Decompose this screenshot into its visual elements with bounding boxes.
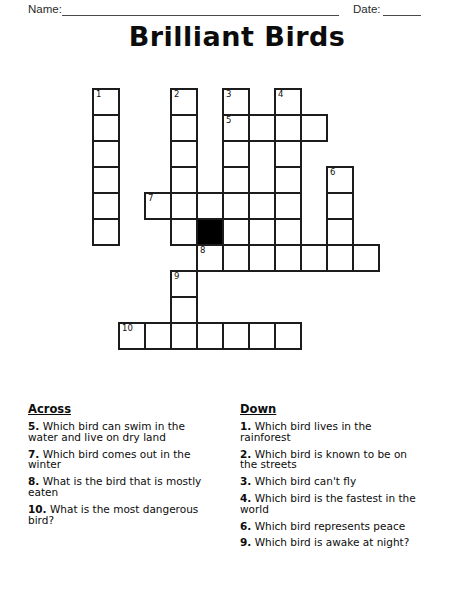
grid-cell-r9c6[interactable]: [248, 322, 276, 350]
down-clue-6: 6. Which bird represents peace: [240, 521, 420, 532]
name-blank-line[interactable]: [62, 4, 339, 16]
black-cell-r5c4: [196, 218, 224, 246]
grid-cell-r9c2[interactable]: [144, 322, 172, 350]
cell-number-10: 10: [122, 324, 133, 333]
grid-cell-r5c5[interactable]: [222, 218, 250, 246]
grid-cell-r9c4[interactable]: [196, 322, 224, 350]
grid-cell-r4c2[interactable]: 7: [144, 192, 172, 220]
clue-number-3: 3.: [240, 475, 251, 487]
clue-number-4: 4.: [240, 492, 251, 504]
cell-number-2: 2: [174, 90, 179, 99]
clue-number-1: 1.: [240, 420, 251, 432]
across-section: Across 5. Which bird can swim in the wat…: [28, 402, 206, 531]
grid-cell-r6c4[interactable]: 8: [196, 244, 224, 272]
name-label: Name:: [28, 3, 62, 15]
grid-cell-r3c9[interactable]: 6: [326, 166, 354, 194]
down-clue-4: 4. Which bird is the fastest in the worl…: [240, 493, 420, 515]
grid-cell-r4c0[interactable]: [92, 192, 120, 220]
clue-number-8: 8.: [28, 475, 39, 487]
grid-cell-r2c0[interactable]: [92, 140, 120, 168]
across-clue-5: 5. Which bird can swim in the water and …: [28, 421, 206, 443]
grid-cell-r3c3[interactable]: [170, 166, 198, 194]
grid-cell-r0c3[interactable]: 2: [170, 88, 198, 116]
cell-number-9: 9: [174, 272, 179, 281]
grid-cell-r6c10[interactable]: [352, 244, 380, 272]
grid-cell-r7c3[interactable]: 9: [170, 270, 198, 298]
across-header: Across: [28, 402, 206, 416]
grid-cell-r9c1[interactable]: 10: [118, 322, 146, 350]
down-section: Down 1. Which bird lives in the rainfore…: [240, 402, 420, 554]
down-clue-2: 2. Which bird is known to be on the stre…: [240, 449, 420, 471]
across-clue-list: 5. Which bird can swim in the water and …: [28, 421, 206, 525]
grid-cell-r6c5[interactable]: [222, 244, 250, 272]
grid-cell-r3c5[interactable]: [222, 166, 250, 194]
across-clue-7: 7. Which bird comes out in the winter: [28, 449, 206, 471]
grid-cell-r6c6[interactable]: [248, 244, 276, 272]
grid-cell-r4c5[interactable]: [222, 192, 250, 220]
down-clue-list: 1. Which bird lives in the rainforest2. …: [240, 421, 420, 548]
grid-cell-r5c9[interactable]: [326, 218, 354, 246]
grid-cell-r1c7[interactable]: [274, 114, 302, 142]
cell-number-5: 5: [226, 116, 231, 125]
date-blank-line[interactable]: [383, 4, 421, 16]
puzzle-title: Brilliant Birds: [0, 21, 474, 52]
down-clue-3: 3. Which bird can't fly: [240, 476, 420, 487]
grid-cell-r5c3[interactable]: [170, 218, 198, 246]
grid-cell-r0c0[interactable]: 1: [92, 88, 120, 116]
grid-cell-r9c5[interactable]: [222, 322, 250, 350]
grid-cell-r4c7[interactable]: [274, 192, 302, 220]
cell-number-8: 8: [200, 246, 205, 255]
across-clue-10: 10. What is the most dangerous bird?: [28, 504, 206, 526]
date-label: Date:: [353, 3, 381, 15]
grid-cell-r9c7[interactable]: [274, 322, 302, 350]
grid-cell-r5c7[interactable]: [274, 218, 302, 246]
cell-number-4: 4: [278, 90, 283, 99]
clue-number-6: 6.: [240, 520, 251, 532]
grid-cell-r1c3[interactable]: [170, 114, 198, 142]
clue-number-2: 2.: [240, 448, 251, 460]
grid-cell-r5c0[interactable]: [92, 218, 120, 246]
clue-number-7: 7.: [28, 448, 39, 460]
grid-cell-r4c6[interactable]: [248, 192, 276, 220]
grid-cell-r9c3[interactable]: [170, 322, 198, 350]
grid-cell-r1c5[interactable]: 5: [222, 114, 250, 142]
grid-cell-r2c5[interactable]: [222, 140, 250, 168]
grid-cell-r4c9[interactable]: [326, 192, 354, 220]
grid-cell-r6c8[interactable]: [300, 244, 328, 272]
grid-cell-r3c7[interactable]: [274, 166, 302, 194]
down-clue-9: 9. Which bird is awake at night?: [240, 537, 420, 548]
cell-number-7: 7: [148, 194, 153, 203]
crossword-grid: 12345678910: [93, 89, 379, 349]
grid-cell-r2c3[interactable]: [170, 140, 198, 168]
grid-cell-r2c7[interactable]: [274, 140, 302, 168]
clue-number-5: 5.: [28, 420, 39, 432]
grid-cell-r0c7[interactable]: 4: [274, 88, 302, 116]
grid-cell-r4c3[interactable]: [170, 192, 198, 220]
down-header: Down: [240, 402, 420, 416]
cell-number-6: 6: [330, 168, 335, 177]
clue-number-10: 10.: [28, 503, 47, 515]
across-clue-8: 8. What is the bird that is mostly eaten: [28, 476, 206, 498]
clue-number-9: 9.: [240, 536, 251, 548]
grid-cell-r6c9[interactable]: [326, 244, 354, 272]
cell-number-1: 1: [96, 90, 101, 99]
grid-cell-r6c7[interactable]: [274, 244, 302, 272]
grid-cell-r4c4[interactable]: [196, 192, 224, 220]
cell-number-3: 3: [226, 90, 231, 99]
down-clue-1: 1. Which bird lives in the rainforest: [240, 421, 420, 443]
grid-cell-r0c5[interactable]: 3: [222, 88, 250, 116]
grid-cell-r3c0[interactable]: [92, 166, 120, 194]
grid-cell-r1c0[interactable]: [92, 114, 120, 142]
grid-cell-r8c3[interactable]: [170, 296, 198, 324]
grid-cell-r1c8[interactable]: [300, 114, 328, 142]
grid-cell-r1c6[interactable]: [248, 114, 276, 142]
worksheet-page: Name: Date: Brilliant Birds 12345678910 …: [0, 0, 474, 613]
